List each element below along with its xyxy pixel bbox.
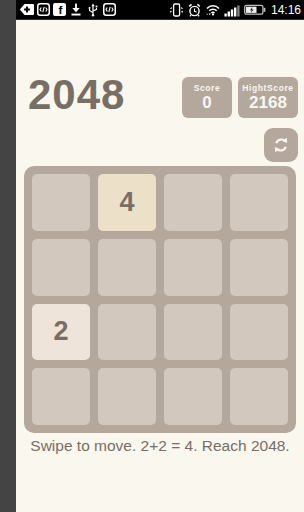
restart-button[interactable] xyxy=(264,128,298,162)
vibrate-icon xyxy=(169,2,184,17)
highscore-value: 2168 xyxy=(238,93,298,113)
tag-plus-icon xyxy=(19,2,34,17)
usb-icon xyxy=(86,2,100,17)
facebook-icon: f xyxy=(53,2,66,17)
wifi-traffic-icon xyxy=(205,2,221,17)
empty-cell xyxy=(98,368,156,425)
status-bar[interactable]: f 14:16 xyxy=(16,0,304,20)
empty-cell xyxy=(230,239,288,296)
highscore-label: HightScore xyxy=(238,83,298,93)
empty-cell xyxy=(32,368,90,425)
empty-cell xyxy=(164,174,222,231)
download-icon xyxy=(69,2,83,17)
empty-cell xyxy=(98,239,156,296)
tile-4: 4 xyxy=(98,174,156,231)
tile-2: 2 xyxy=(32,304,90,361)
battery-charging-icon xyxy=(244,2,266,17)
status-bar-clock: 14:16 xyxy=(271,0,301,20)
empty-cell xyxy=(98,304,156,361)
empty-cell xyxy=(230,174,288,231)
game-title: 2048 xyxy=(28,71,125,119)
hint-text: Swipe to move. 2+2 = 4. Reach 2048. xyxy=(16,437,304,455)
score-value: 0 xyxy=(182,93,232,113)
score-label: Score xyxy=(182,83,232,93)
empty-cell xyxy=(230,368,288,425)
game-board[interactable]: 42 xyxy=(24,166,296,433)
alarm-icon xyxy=(187,2,202,17)
empty-cell xyxy=(164,304,222,361)
svg-text:f: f xyxy=(58,4,62,16)
empty-cell xyxy=(164,239,222,296)
refresh-icon xyxy=(271,135,291,155)
empty-cell xyxy=(32,174,90,231)
signal-strength-icon xyxy=(224,2,241,17)
usb-debug-icon xyxy=(37,2,50,17)
usb-debug-icon xyxy=(103,2,116,17)
score-box: Score 0 xyxy=(182,77,232,118)
empty-cell xyxy=(32,239,90,296)
highscore-box: HightScore 2168 xyxy=(238,77,298,118)
empty-cell xyxy=(164,368,222,425)
empty-cell xyxy=(230,304,288,361)
app-screen: f 14:16 2048 Score 0 xyxy=(16,0,304,512)
